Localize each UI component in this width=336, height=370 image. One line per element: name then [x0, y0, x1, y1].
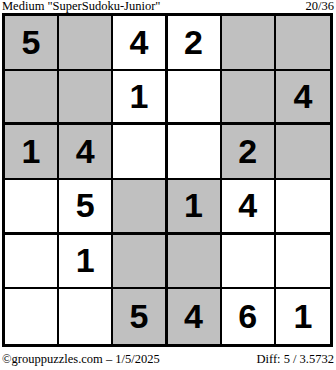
footer-row: ©grouppuzzles.com – 1/5/2025 Diff: 5 / 3… — [2, 352, 334, 368]
sudoku-cell-r2c2[interactable] — [59, 71, 113, 126]
sudoku-cell-r1c1[interactable]: 5 — [5, 16, 59, 71]
sudoku-cell-r4c4[interactable]: 1 — [168, 180, 222, 235]
header-row: Medium "SuperSudoku-Junior" 20/36 — [2, 0, 334, 13]
sudoku-cell-r5c3[interactable] — [113, 235, 167, 290]
sudoku-cell-r6c1[interactable] — [5, 289, 59, 344]
sudoku-cell-r2c5[interactable] — [222, 71, 276, 126]
puzzle-page: Medium "SuperSudoku-Junior" 20/36 542141… — [0, 0, 336, 370]
sudoku-cell-r5c2[interactable]: 1 — [59, 235, 113, 290]
sudoku-cell-r4c5[interactable]: 4 — [222, 180, 276, 235]
sudoku-cell-r6c6[interactable]: 1 — [276, 289, 330, 344]
puzzle-title: Medium "SuperSudoku-Junior" — [2, 0, 160, 13]
sudoku-cell-r5c5[interactable] — [222, 235, 276, 290]
sudoku-cell-r2c4[interactable] — [168, 71, 222, 126]
sudoku-cell-r2c3[interactable]: 1 — [113, 71, 167, 126]
sudoku-cell-r3c5[interactable]: 2 — [222, 125, 276, 180]
sudoku-cell-r1c6[interactable] — [276, 16, 330, 71]
sudoku-cell-r6c3[interactable]: 5 — [113, 289, 167, 344]
sudoku-cell-r1c5[interactable] — [222, 16, 276, 71]
sudoku-cell-r6c5[interactable]: 6 — [222, 289, 276, 344]
sudoku-cell-r4c2[interactable]: 5 — [59, 180, 113, 235]
sudoku-cell-r1c4[interactable]: 2 — [168, 16, 222, 71]
sudoku-cell-r4c6[interactable] — [276, 180, 330, 235]
sudoku-cell-r4c3[interactable] — [113, 180, 167, 235]
sudoku-cell-r2c1[interactable] — [5, 71, 59, 126]
sudoku-cell-r3c4[interactable] — [168, 125, 222, 180]
given-count: 20/36 — [306, 0, 334, 13]
sudoku-cell-r5c4[interactable] — [168, 235, 222, 290]
difficulty-text: Diff: 5 / 3.5732 — [256, 352, 334, 366]
sudoku-board: 5421414251415461 — [2, 13, 333, 347]
sudoku-cell-r3c2[interactable]: 4 — [59, 125, 113, 180]
sudoku-cell-r3c1[interactable]: 1 — [5, 125, 59, 180]
copyright-text: ©grouppuzzles.com – 1/5/2025 — [2, 352, 160, 366]
sudoku-cell-r5c1[interactable] — [5, 235, 59, 290]
sudoku-cell-r5c6[interactable] — [276, 235, 330, 290]
sudoku-cell-r6c4[interactable]: 4 — [168, 289, 222, 344]
sudoku-cell-r3c3[interactable] — [113, 125, 167, 180]
sudoku-cell-r6c2[interactable] — [59, 289, 113, 344]
sudoku-cell-r1c3[interactable]: 4 — [113, 16, 167, 71]
sudoku-cell-r4c1[interactable] — [5, 180, 59, 235]
sudoku-cell-r3c6[interactable] — [276, 125, 330, 180]
sudoku-cell-r1c2[interactable] — [59, 16, 113, 71]
sudoku-cell-r2c6[interactable]: 4 — [276, 71, 330, 126]
